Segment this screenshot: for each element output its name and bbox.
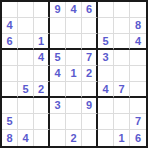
sudoku-cell-r1c5[interactable]: 4 — [66, 2, 82, 18]
sudoku-cell-r5c4[interactable]: 4 — [50, 66, 66, 82]
sudoku-cell-r4c9[interactable] — [130, 50, 146, 66]
sudoku-cell-r8c6[interactable] — [82, 114, 98, 130]
sudoku-cell-r2c9[interactable]: 8 — [130, 18, 146, 34]
sudoku-cell-r9c4[interactable] — [50, 130, 66, 146]
sudoku-cell-r4c5[interactable] — [66, 50, 82, 66]
sudoku-cell-r4c6[interactable]: 7 — [82, 50, 98, 66]
sudoku-cell-r5c2[interactable] — [18, 66, 34, 82]
sudoku-cell-r4c1[interactable] — [2, 50, 18, 66]
sudoku-cell-r5c7[interactable] — [98, 66, 114, 82]
sudoku-cell-r8c4[interactable] — [50, 114, 66, 130]
sudoku-cell-r5c9[interactable] — [130, 66, 146, 82]
sudoku-cell-r7c1[interactable] — [2, 98, 18, 114]
sudoku-cell-r4c7[interactable]: 3 — [98, 50, 114, 66]
sudoku-cell-r4c4[interactable]: 5 — [50, 50, 66, 66]
sudoku-cell-r8c3[interactable] — [34, 114, 50, 130]
sudoku-cell-r9c9[interactable]: 6 — [130, 130, 146, 146]
sudoku-cell-r6c4[interactable] — [50, 82, 66, 98]
sudoku-cell-r7c5[interactable] — [66, 98, 82, 114]
sudoku-cell-r1c8[interactable] — [114, 2, 130, 18]
sudoku-cell-r1c4[interactable]: 9 — [50, 2, 66, 18]
sudoku-cell-r2c7[interactable] — [98, 18, 114, 34]
sudoku-cell-r7c4[interactable]: 3 — [50, 98, 66, 114]
sudoku-board: 94648615445734125247395784216 — [0, 0, 148, 148]
sudoku-cell-r8c8[interactable] — [114, 114, 130, 130]
sudoku-cell-r3c6[interactable] — [82, 34, 98, 50]
sudoku-cell-r6c5[interactable] — [66, 82, 82, 98]
sudoku-cell-r9c2[interactable]: 4 — [18, 130, 34, 146]
sudoku-cell-r4c2[interactable] — [18, 50, 34, 66]
sudoku-cell-r6c1[interactable] — [2, 82, 18, 98]
sudoku-cell-r7c9[interactable] — [130, 98, 146, 114]
sudoku-cell-r2c5[interactable] — [66, 18, 82, 34]
sudoku-cell-r7c7[interactable] — [98, 98, 114, 114]
sudoku-cell-r3c3[interactable]: 1 — [34, 34, 50, 50]
sudoku-cell-r9c6[interactable] — [82, 130, 98, 146]
sudoku-cell-r6c3[interactable]: 2 — [34, 82, 50, 98]
sudoku-cell-r1c3[interactable] — [34, 2, 50, 18]
sudoku-cell-r2c1[interactable]: 4 — [2, 18, 18, 34]
sudoku-cell-r9c1[interactable]: 8 — [2, 130, 18, 146]
sudoku-cell-r8c9[interactable]: 7 — [130, 114, 146, 130]
sudoku-cell-r6c8[interactable]: 7 — [114, 82, 130, 98]
sudoku-cell-r5c5[interactable]: 1 — [66, 66, 82, 82]
sudoku-cell-r3c7[interactable]: 5 — [98, 34, 114, 50]
sudoku-cell-r9c7[interactable] — [98, 130, 114, 146]
sudoku-cell-r7c8[interactable] — [114, 98, 130, 114]
sudoku-cell-r2c2[interactable] — [18, 18, 34, 34]
sudoku-cell-r5c1[interactable] — [2, 66, 18, 82]
sudoku-cell-r8c2[interactable] — [18, 114, 34, 130]
sudoku-cell-r2c6[interactable] — [82, 18, 98, 34]
sudoku-cell-r5c3[interactable] — [34, 66, 50, 82]
sudoku-cell-r9c5[interactable]: 2 — [66, 130, 82, 146]
sudoku-cell-r4c3[interactable]: 4 — [34, 50, 50, 66]
sudoku-cell-r1c9[interactable] — [130, 2, 146, 18]
sudoku-cell-r8c5[interactable] — [66, 114, 82, 130]
sudoku-cell-r3c1[interactable]: 6 — [2, 34, 18, 50]
sudoku-cell-r6c9[interactable] — [130, 82, 146, 98]
sudoku-cell-r5c8[interactable] — [114, 66, 130, 82]
sudoku-cell-r3c4[interactable] — [50, 34, 66, 50]
sudoku-cell-r3c5[interactable] — [66, 34, 82, 50]
sudoku-cell-r7c6[interactable]: 9 — [82, 98, 98, 114]
sudoku-cell-r8c1[interactable]: 5 — [2, 114, 18, 130]
sudoku-cell-r1c1[interactable] — [2, 2, 18, 18]
sudoku-cell-r9c8[interactable]: 1 — [114, 130, 130, 146]
sudoku-cell-r1c2[interactable] — [18, 2, 34, 18]
sudoku-cell-r7c3[interactable] — [34, 98, 50, 114]
sudoku-cell-r7c2[interactable] — [18, 98, 34, 114]
sudoku-cell-r2c4[interactable] — [50, 18, 66, 34]
sudoku-cell-r3c8[interactable] — [114, 34, 130, 50]
sudoku-cell-r6c7[interactable]: 4 — [98, 82, 114, 98]
sudoku-cell-r1c6[interactable]: 6 — [82, 2, 98, 18]
sudoku-cell-r8c7[interactable] — [98, 114, 114, 130]
sudoku-cell-r6c2[interactable]: 5 — [18, 82, 34, 98]
sudoku-cell-r3c9[interactable]: 4 — [130, 34, 146, 50]
sudoku-cell-r1c7[interactable] — [98, 2, 114, 18]
sudoku-cell-r6c6[interactable] — [82, 82, 98, 98]
sudoku-cell-r5c6[interactable]: 2 — [82, 66, 98, 82]
sudoku-cell-r2c8[interactable] — [114, 18, 130, 34]
sudoku-cell-r4c8[interactable] — [114, 50, 130, 66]
sudoku-cell-r2c3[interactable] — [34, 18, 50, 34]
sudoku-cell-r9c3[interactable] — [34, 130, 50, 146]
sudoku-cell-r3c2[interactable] — [18, 34, 34, 50]
